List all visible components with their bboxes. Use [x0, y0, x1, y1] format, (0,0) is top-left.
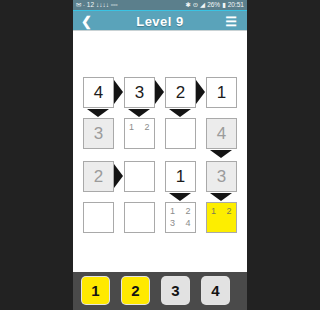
board-cell-r2c1[interactable]: 3	[83, 118, 114, 149]
tray-tile-2[interactable]: 2	[122, 277, 149, 304]
number-tray: 1 2 3 4	[73, 272, 247, 310]
board-cell-r2c4[interactable]: 4	[206, 118, 237, 149]
board-cell-r1c1[interactable]: 4	[83, 77, 114, 108]
board-cell-r4c2[interactable]	[124, 202, 155, 233]
tray-tile-1[interactable]: 1	[82, 277, 109, 304]
board-cell-r4c3[interactable]: 1 2 3 4	[165, 202, 196, 233]
app-screen: ✉ ∙ 12 ↓↓↓↓ ▫▫▫ ✱ ⊙ ◢26%▮20:51 ❮ Level 9…	[73, 0, 247, 310]
board-cell-r3c1[interactable]: 2	[83, 161, 114, 192]
inequality-arrow-down	[169, 193, 191, 201]
board-cell-r2c3[interactable]	[165, 118, 196, 149]
board-cell-r1c4[interactable]: 1	[206, 77, 237, 108]
board-cell-r4c1[interactable]	[83, 202, 114, 233]
inequality-arrow-right	[114, 80, 123, 104]
board-cell-r1c3[interactable]: 2	[165, 77, 196, 108]
board-cell-r3c3[interactable]: 1	[165, 161, 196, 192]
inequality-arrow-down	[210, 193, 232, 201]
board-cell-r1c2[interactable]: 3	[124, 77, 155, 108]
inequality-arrow-down	[210, 150, 232, 158]
inequality-arrow-right	[155, 80, 164, 104]
inequality-arrow-down	[128, 109, 150, 117]
board-cell-r3c2[interactable]	[124, 161, 155, 192]
board-cell-r2c2[interactable]: 1 2	[124, 118, 155, 149]
tray-tile-4[interactable]: 4	[202, 277, 229, 304]
board-cell-r3c4[interactable]: 3	[206, 161, 237, 192]
tray-tile-3[interactable]: 3	[162, 277, 189, 304]
inequality-arrow-down	[169, 109, 191, 117]
futoshiki-board: 432131 242131 2 3 41 2	[73, 0, 247, 310]
inequality-arrow-down	[87, 109, 109, 117]
board-cell-r4c4[interactable]: 1 2	[206, 202, 237, 233]
inequality-arrow-right	[196, 80, 205, 104]
inequality-arrow-right	[114, 164, 123, 188]
